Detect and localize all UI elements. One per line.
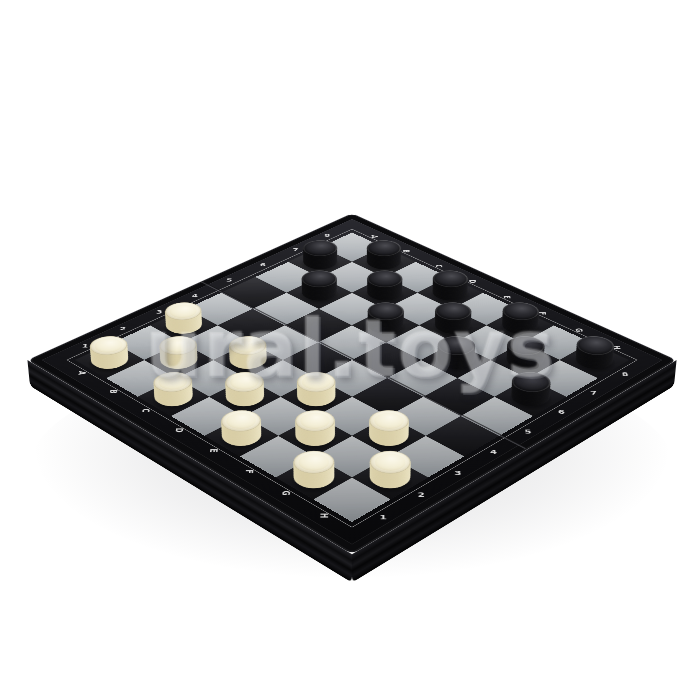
rank-label-left-2: 2 [112, 324, 133, 333]
rank-label-left-8: 8 [318, 232, 336, 240]
product-photo: AABBCCDDEEFFGGHH1122334455667788 ural.to… [0, 0, 700, 700]
rank-label-right-6: 6 [550, 407, 572, 417]
watermark: ural.toys [147, 304, 557, 397]
checker-white-a1[interactable] [84, 347, 136, 374]
